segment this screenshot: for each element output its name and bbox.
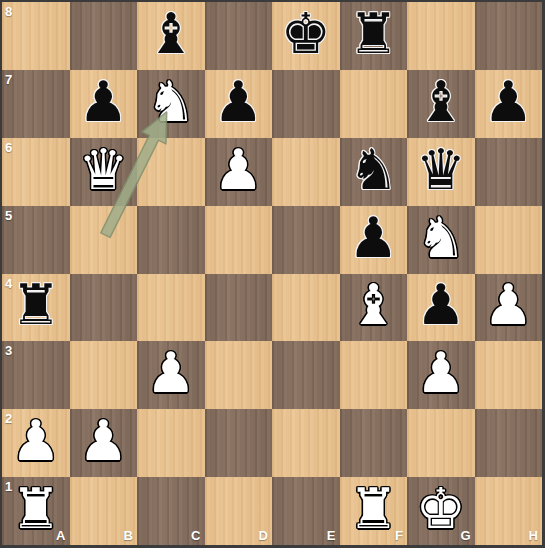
square-f5[interactable]: ♟ — [340, 206, 408, 274]
piece-black-pawn-icon[interactable]: ♟ — [213, 74, 263, 130]
square-e4[interactable] — [272, 274, 340, 342]
square-g4[interactable]: ♟ — [407, 274, 475, 342]
piece-white-pawn-icon[interactable]: ♟ — [78, 413, 128, 469]
square-a4[interactable]: 4♜ — [2, 274, 70, 342]
rank-label-3: 3 — [5, 344, 12, 357]
square-b2[interactable]: ♟ — [70, 409, 138, 477]
square-a1[interactable]: 1A♜ — [2, 477, 70, 545]
piece-white-pawn-icon[interactable]: ♟ — [416, 345, 466, 401]
square-a3[interactable]: 3 — [2, 341, 70, 409]
square-b6[interactable]: ♛ — [70, 138, 138, 206]
square-f7[interactable] — [340, 70, 408, 138]
piece-black-rook-icon[interactable]: ♜ — [348, 6, 398, 62]
square-g6[interactable]: ♛ — [407, 138, 475, 206]
square-h2[interactable] — [475, 409, 543, 477]
square-h4[interactable]: ♟ — [475, 274, 543, 342]
square-f3[interactable] — [340, 341, 408, 409]
square-g5[interactable]: ♞ — [407, 206, 475, 274]
square-c4[interactable] — [137, 274, 205, 342]
square-e2[interactable] — [272, 409, 340, 477]
square-h8[interactable] — [475, 2, 543, 70]
square-d4[interactable] — [205, 274, 273, 342]
piece-white-pawn-icon[interactable]: ♟ — [213, 142, 263, 198]
rank-label-6: 6 — [5, 141, 12, 154]
piece-black-pawn-icon[interactable]: ♟ — [78, 74, 128, 130]
square-g2[interactable] — [407, 409, 475, 477]
piece-black-pawn-icon[interactable]: ♟ — [416, 277, 466, 333]
piece-white-pawn-icon[interactable]: ♟ — [146, 345, 196, 401]
file-label-c: C — [191, 529, 200, 542]
file-label-h: H — [529, 529, 538, 542]
square-c7[interactable]: ♞ — [137, 70, 205, 138]
square-b1[interactable]: B — [70, 477, 138, 545]
piece-black-rook-icon[interactable]: ♜ — [11, 277, 61, 333]
square-b8[interactable] — [70, 2, 138, 70]
square-a8[interactable]: 8 — [2, 2, 70, 70]
square-f2[interactable] — [340, 409, 408, 477]
file-label-b: B — [124, 529, 133, 542]
square-h6[interactable] — [475, 138, 543, 206]
square-e3[interactable] — [272, 341, 340, 409]
square-g8[interactable] — [407, 2, 475, 70]
piece-white-bishop-icon[interactable]: ♝ — [348, 277, 398, 333]
chess-board-frame: 8♝♚♜7♟♞♟♝♟6♛♟♞♛5♟♞4♜♝♟♟3♟♟2♟♟1A♜BCDEF♜G♚… — [0, 0, 545, 548]
square-e6[interactable] — [272, 138, 340, 206]
square-f6[interactable]: ♞ — [340, 138, 408, 206]
square-d8[interactable] — [205, 2, 273, 70]
piece-black-pawn-icon[interactable]: ♟ — [483, 74, 533, 130]
square-g3[interactable]: ♟ — [407, 341, 475, 409]
piece-white-queen-icon[interactable]: ♛ — [78, 142, 128, 198]
square-a6[interactable]: 6 — [2, 138, 70, 206]
square-d2[interactable] — [205, 409, 273, 477]
piece-black-bishop-icon[interactable]: ♝ — [146, 6, 196, 62]
square-d1[interactable]: D — [205, 477, 273, 545]
square-d6[interactable]: ♟ — [205, 138, 273, 206]
square-b3[interactable] — [70, 341, 138, 409]
piece-white-knight-icon[interactable]: ♞ — [146, 74, 196, 130]
piece-black-queen-icon[interactable]: ♛ — [416, 142, 466, 198]
square-a7[interactable]: 7 — [2, 70, 70, 138]
piece-black-knight-icon[interactable]: ♞ — [348, 142, 398, 198]
square-c6[interactable] — [137, 138, 205, 206]
square-b7[interactable]: ♟ — [70, 70, 138, 138]
square-h7[interactable]: ♟ — [475, 70, 543, 138]
piece-white-rook-icon[interactable]: ♜ — [11, 481, 61, 537]
square-f4[interactable]: ♝ — [340, 274, 408, 342]
square-e1[interactable]: E — [272, 477, 340, 545]
square-e8[interactable]: ♚ — [272, 2, 340, 70]
square-h5[interactable] — [475, 206, 543, 274]
rank-label-5: 5 — [5, 209, 12, 222]
square-a2[interactable]: 2♟ — [2, 409, 70, 477]
square-d3[interactable] — [205, 341, 273, 409]
square-g7[interactable]: ♝ — [407, 70, 475, 138]
square-h1[interactable]: H — [475, 477, 543, 545]
piece-black-pawn-icon[interactable]: ♟ — [348, 210, 398, 266]
rank-label-7: 7 — [5, 73, 12, 86]
square-a5[interactable]: 5 — [2, 206, 70, 274]
square-f1[interactable]: F♜ — [340, 477, 408, 545]
piece-white-pawn-icon[interactable]: ♟ — [11, 413, 61, 469]
square-g1[interactable]: G♚ — [407, 477, 475, 545]
chess-board: 8♝♚♜7♟♞♟♝♟6♛♟♞♛5♟♞4♜♝♟♟3♟♟2♟♟1A♜BCDEF♜G♚… — [2, 2, 542, 545]
piece-white-king-icon[interactable]: ♚ — [416, 481, 466, 537]
square-c8[interactable]: ♝ — [137, 2, 205, 70]
rank-label-8: 8 — [5, 5, 12, 18]
square-c2[interactable] — [137, 409, 205, 477]
piece-white-knight-icon[interactable]: ♞ — [416, 210, 466, 266]
file-label-d: D — [259, 529, 268, 542]
piece-white-pawn-icon[interactable]: ♟ — [483, 277, 533, 333]
square-b5[interactable] — [70, 206, 138, 274]
square-d5[interactable] — [205, 206, 273, 274]
piece-white-rook-icon[interactable]: ♜ — [348, 481, 398, 537]
piece-black-bishop-icon[interactable]: ♝ — [416, 74, 466, 130]
square-c1[interactable]: C — [137, 477, 205, 545]
square-c3[interactable]: ♟ — [137, 341, 205, 409]
piece-black-king-icon[interactable]: ♚ — [281, 6, 331, 62]
square-b4[interactable] — [70, 274, 138, 342]
square-c5[interactable] — [137, 206, 205, 274]
square-e7[interactable] — [272, 70, 340, 138]
file-label-e: E — [327, 529, 336, 542]
square-d7[interactable]: ♟ — [205, 70, 273, 138]
square-f8[interactable]: ♜ — [340, 2, 408, 70]
square-h3[interactable] — [475, 341, 543, 409]
square-e5[interactable] — [272, 206, 340, 274]
